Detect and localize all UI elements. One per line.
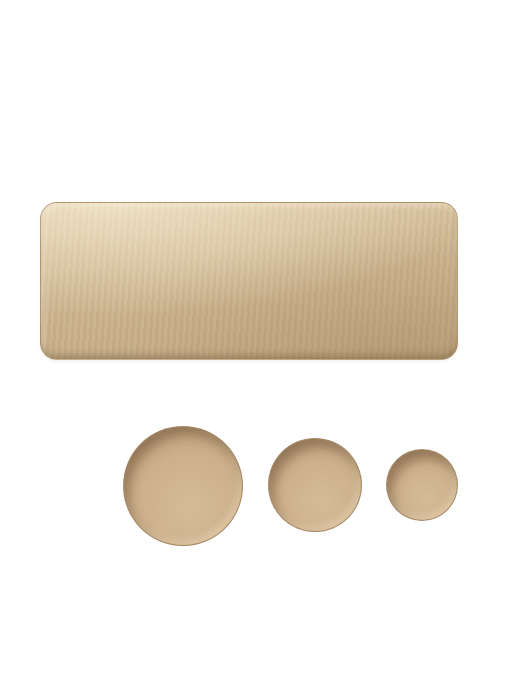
product-photo-scene bbox=[0, 0, 512, 700]
recess-small bbox=[386, 449, 458, 521]
recess-large bbox=[123, 426, 243, 546]
recess-medium bbox=[268, 438, 362, 532]
puzzle-tray bbox=[40, 202, 458, 360]
